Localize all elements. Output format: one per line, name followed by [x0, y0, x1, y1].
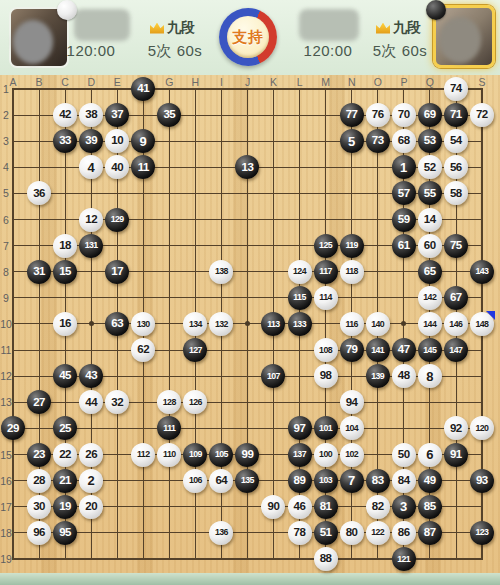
board-point[interactable]: 75: [443, 233, 469, 259]
board-point[interactable]: 7: [339, 468, 365, 494]
board-point[interactable]: 129: [104, 206, 130, 232]
board-point[interactable]: [52, 337, 78, 363]
board-point[interactable]: [208, 337, 234, 363]
board-point[interactable]: [260, 468, 286, 494]
board-point[interactable]: [417, 415, 443, 441]
board-point[interactable]: [208, 363, 234, 389]
board-point[interactable]: [234, 233, 260, 259]
board-point[interactable]: 16: [52, 311, 78, 337]
board-point[interactable]: [234, 259, 260, 285]
board-point[interactable]: [365, 180, 391, 206]
board-point[interactable]: [260, 546, 286, 572]
board-point[interactable]: [208, 128, 234, 154]
board-point[interactable]: 60: [417, 233, 443, 259]
board-point[interactable]: [391, 76, 417, 102]
board-point[interactable]: [78, 259, 104, 285]
board-point[interactable]: [208, 389, 234, 415]
board-point[interactable]: [469, 154, 495, 180]
board-point[interactable]: [0, 259, 26, 285]
board-point[interactable]: 48: [391, 363, 417, 389]
board-point[interactable]: [104, 76, 130, 102]
board-point[interactable]: 30: [26, 494, 52, 520]
board-point[interactable]: [469, 546, 495, 572]
board-point[interactable]: 12: [78, 206, 104, 232]
board-point[interactable]: 143: [469, 259, 495, 285]
board-point[interactable]: [0, 494, 26, 520]
board-point[interactable]: 40: [104, 154, 130, 180]
board-point[interactable]: [130, 180, 156, 206]
board-point[interactable]: 112: [130, 441, 156, 467]
board-point[interactable]: [208, 415, 234, 441]
board-point[interactable]: 38: [78, 102, 104, 128]
board-point[interactable]: [26, 337, 52, 363]
board-point[interactable]: 128: [156, 389, 182, 415]
board-point[interactable]: 63: [104, 311, 130, 337]
board-point[interactable]: [104, 180, 130, 206]
board-point[interactable]: 145: [417, 337, 443, 363]
board-point[interactable]: [365, 259, 391, 285]
board-point[interactable]: 107: [260, 363, 286, 389]
board-point[interactable]: [182, 259, 208, 285]
board-point[interactable]: [260, 389, 286, 415]
board-point[interactable]: [234, 415, 260, 441]
board-point[interactable]: [0, 389, 26, 415]
board-point[interactable]: [208, 494, 234, 520]
board-point[interactable]: [156, 363, 182, 389]
board-point[interactable]: [0, 441, 26, 467]
board-point[interactable]: [182, 233, 208, 259]
board-point[interactable]: 94: [339, 389, 365, 415]
board-point[interactable]: [469, 206, 495, 232]
board-point[interactable]: 56: [443, 154, 469, 180]
board-point[interactable]: [156, 468, 182, 494]
board-point[interactable]: [234, 494, 260, 520]
board-point[interactable]: [156, 128, 182, 154]
board-point[interactable]: [313, 389, 339, 415]
board-point[interactable]: 90: [260, 494, 286, 520]
board-point[interactable]: [0, 206, 26, 232]
board-point[interactable]: [365, 76, 391, 102]
board-point[interactable]: 121: [391, 546, 417, 572]
board-point[interactable]: [391, 311, 417, 337]
board-point[interactable]: 99: [234, 441, 260, 467]
board-point[interactable]: 51: [313, 520, 339, 546]
board-point[interactable]: [469, 285, 495, 311]
board-point[interactable]: [0, 468, 26, 494]
board-point[interactable]: 147: [443, 337, 469, 363]
board-point[interactable]: 45: [52, 363, 78, 389]
board-point[interactable]: [260, 154, 286, 180]
board-point[interactable]: [339, 363, 365, 389]
board-point[interactable]: [391, 285, 417, 311]
board-point[interactable]: 148: [469, 311, 495, 337]
board-point[interactable]: [260, 76, 286, 102]
board-point[interactable]: 22: [52, 441, 78, 467]
board-point[interactable]: 55: [417, 180, 443, 206]
board-point[interactable]: 72: [469, 102, 495, 128]
board-point[interactable]: 27: [26, 389, 52, 415]
board-point[interactable]: [234, 311, 260, 337]
board-point[interactable]: [26, 76, 52, 102]
board-point[interactable]: 137: [287, 441, 313, 467]
board-point[interactable]: [52, 546, 78, 572]
board-point[interactable]: 87: [417, 520, 443, 546]
board-point[interactable]: 111: [156, 415, 182, 441]
board-point[interactable]: [208, 180, 234, 206]
board-point[interactable]: [365, 441, 391, 467]
board-point[interactable]: [443, 468, 469, 494]
board-point[interactable]: [469, 337, 495, 363]
board-point[interactable]: [78, 337, 104, 363]
board-point[interactable]: 77: [339, 102, 365, 128]
board-point[interactable]: [469, 128, 495, 154]
board-point[interactable]: 42: [52, 102, 78, 128]
board-point[interactable]: 70: [391, 102, 417, 128]
board-point[interactable]: [443, 363, 469, 389]
board-point[interactable]: [0, 102, 26, 128]
board-point[interactable]: 32: [104, 389, 130, 415]
board-point[interactable]: 103: [313, 468, 339, 494]
board-point[interactable]: [130, 494, 156, 520]
board-point[interactable]: 69: [417, 102, 443, 128]
board-point[interactable]: [78, 520, 104, 546]
board-point[interactable]: [0, 180, 26, 206]
board-point[interactable]: 33: [52, 128, 78, 154]
board-point[interactable]: 31: [26, 259, 52, 285]
board-point[interactable]: 138: [208, 259, 234, 285]
board-point[interactable]: 76: [365, 102, 391, 128]
board-point[interactable]: 130: [130, 311, 156, 337]
board-point[interactable]: [104, 520, 130, 546]
board-point[interactable]: 82: [365, 494, 391, 520]
board-point[interactable]: [287, 546, 313, 572]
board-point[interactable]: [443, 520, 469, 546]
board-point[interactable]: 37: [104, 102, 130, 128]
board-point[interactable]: [234, 102, 260, 128]
board-point[interactable]: [287, 180, 313, 206]
board-point[interactable]: 59: [391, 206, 417, 232]
board-point[interactable]: [208, 546, 234, 572]
board-point[interactable]: 3: [391, 494, 417, 520]
board-point[interactable]: [130, 468, 156, 494]
board-point[interactable]: 140: [365, 311, 391, 337]
board-point[interactable]: [287, 337, 313, 363]
board-point[interactable]: 14: [417, 206, 443, 232]
board-point[interactable]: [104, 441, 130, 467]
board-point[interactable]: 64: [208, 468, 234, 494]
board-point[interactable]: [182, 494, 208, 520]
board-point[interactable]: [443, 389, 469, 415]
board-point[interactable]: 132: [208, 311, 234, 337]
board-point[interactable]: [156, 311, 182, 337]
board-point[interactable]: 9: [130, 128, 156, 154]
board-point[interactable]: 5: [339, 128, 365, 154]
board-point[interactable]: [26, 285, 52, 311]
board-point[interactable]: [260, 285, 286, 311]
board-point[interactable]: [469, 180, 495, 206]
board-point[interactable]: [234, 206, 260, 232]
board-point[interactable]: 105: [208, 441, 234, 467]
board-point[interactable]: [313, 154, 339, 180]
board-point[interactable]: [469, 233, 495, 259]
board-point[interactable]: 57: [391, 180, 417, 206]
board-point[interactable]: [208, 285, 234, 311]
board-point[interactable]: 101: [313, 415, 339, 441]
board-point[interactable]: 85: [417, 494, 443, 520]
board-point[interactable]: [287, 128, 313, 154]
board-point[interactable]: 28: [26, 468, 52, 494]
board-point[interactable]: 95: [52, 520, 78, 546]
board-point[interactable]: 126: [182, 389, 208, 415]
board-point[interactable]: [78, 311, 104, 337]
board-point[interactable]: [469, 389, 495, 415]
board-point[interactable]: [130, 233, 156, 259]
board-point[interactable]: [287, 233, 313, 259]
board-point[interactable]: 13: [234, 154, 260, 180]
board-point[interactable]: [469, 76, 495, 102]
board-point[interactable]: 115: [287, 285, 313, 311]
board-point[interactable]: [391, 389, 417, 415]
board-point[interactable]: [260, 206, 286, 232]
board-point[interactable]: 10: [104, 128, 130, 154]
board-point[interactable]: [287, 102, 313, 128]
board-point[interactable]: [78, 415, 104, 441]
board-point[interactable]: [365, 285, 391, 311]
board-point[interactable]: [182, 285, 208, 311]
board-point[interactable]: [182, 206, 208, 232]
board-point[interactable]: [104, 415, 130, 441]
board-point[interactable]: [182, 76, 208, 102]
board-point[interactable]: [339, 180, 365, 206]
board-point[interactable]: [234, 520, 260, 546]
board-point[interactable]: 119: [339, 233, 365, 259]
board-point[interactable]: [260, 102, 286, 128]
board-point[interactable]: [208, 233, 234, 259]
board-point[interactable]: [26, 546, 52, 572]
board-point[interactable]: [0, 337, 26, 363]
board-point[interactable]: [443, 259, 469, 285]
board-point[interactable]: [260, 337, 286, 363]
board-point[interactable]: 17: [104, 259, 130, 285]
board-point[interactable]: 89: [287, 468, 313, 494]
board-point[interactable]: 142: [417, 285, 443, 311]
board-point[interactable]: [104, 233, 130, 259]
board-point[interactable]: [260, 259, 286, 285]
board-point[interactable]: [287, 154, 313, 180]
board-point[interactable]: 113: [260, 311, 286, 337]
board-point[interactable]: [234, 180, 260, 206]
board-point[interactable]: [26, 206, 52, 232]
board-point[interactable]: 86: [391, 520, 417, 546]
board-point[interactable]: 53: [417, 128, 443, 154]
board-point[interactable]: 18: [52, 233, 78, 259]
board-point[interactable]: 98: [313, 363, 339, 389]
board-point[interactable]: 61: [391, 233, 417, 259]
board-point[interactable]: [130, 520, 156, 546]
board-point[interactable]: 8: [417, 363, 443, 389]
board-point[interactable]: [443, 206, 469, 232]
board-point[interactable]: [391, 415, 417, 441]
board-point[interactable]: [130, 415, 156, 441]
board-point[interactable]: [443, 494, 469, 520]
board-point[interactable]: 146: [443, 311, 469, 337]
board-point[interactable]: 81: [313, 494, 339, 520]
board-point[interactable]: [287, 206, 313, 232]
board-point[interactable]: [156, 494, 182, 520]
board-point[interactable]: [130, 206, 156, 232]
board-point[interactable]: [365, 206, 391, 232]
board-point[interactable]: [260, 441, 286, 467]
board-point[interactable]: [130, 102, 156, 128]
board-point[interactable]: 136: [208, 520, 234, 546]
board-point[interactable]: [182, 546, 208, 572]
board-point[interactable]: 139: [365, 363, 391, 389]
board-point[interactable]: [26, 363, 52, 389]
board-point[interactable]: [130, 259, 156, 285]
board-point[interactable]: 25: [52, 415, 78, 441]
board-point[interactable]: [0, 233, 26, 259]
board-point[interactable]: [182, 128, 208, 154]
board-point[interactable]: 58: [443, 180, 469, 206]
board-point[interactable]: [339, 206, 365, 232]
board-point[interactable]: 73: [365, 128, 391, 154]
board-point[interactable]: 100: [313, 441, 339, 467]
board-point[interactable]: 36: [26, 180, 52, 206]
board-point[interactable]: [104, 285, 130, 311]
board-point[interactable]: [234, 363, 260, 389]
board-point[interactable]: 2: [78, 468, 104, 494]
board-point[interactable]: [208, 154, 234, 180]
board-point[interactable]: [156, 285, 182, 311]
board-point[interactable]: [130, 546, 156, 572]
board-point[interactable]: [156, 154, 182, 180]
board-point[interactable]: 122: [365, 520, 391, 546]
board-point[interactable]: 118: [339, 259, 365, 285]
board-point[interactable]: [156, 337, 182, 363]
board-point[interactable]: [182, 154, 208, 180]
board-point[interactable]: 116: [339, 311, 365, 337]
board-point[interactable]: [339, 154, 365, 180]
board-point[interactable]: [234, 337, 260, 363]
board-point[interactable]: 29: [0, 415, 26, 441]
board-point[interactable]: [234, 546, 260, 572]
board-point[interactable]: [52, 180, 78, 206]
board-point[interactable]: [0, 285, 26, 311]
support-button[interactable]: 支持: [219, 8, 277, 66]
board-point[interactable]: [78, 285, 104, 311]
board-point[interactable]: 20: [78, 494, 104, 520]
board-point[interactable]: [52, 154, 78, 180]
board-point[interactable]: 127: [182, 337, 208, 363]
board-point[interactable]: 26: [78, 441, 104, 467]
board-point[interactable]: 78: [287, 520, 313, 546]
board-point[interactable]: [260, 128, 286, 154]
board-point[interactable]: 131: [78, 233, 104, 259]
board-point[interactable]: 39: [78, 128, 104, 154]
board-point[interactable]: 65: [417, 259, 443, 285]
board-point[interactable]: [26, 102, 52, 128]
board-point[interactable]: [417, 76, 443, 102]
board-point[interactable]: [287, 76, 313, 102]
board-point[interactable]: [26, 233, 52, 259]
board-point[interactable]: [313, 76, 339, 102]
board-point[interactable]: 108: [313, 337, 339, 363]
board-point[interactable]: 120: [469, 415, 495, 441]
board-point[interactable]: [287, 363, 313, 389]
board-point[interactable]: 144: [417, 311, 443, 337]
board-point[interactable]: [52, 206, 78, 232]
board-point[interactable]: 123: [469, 520, 495, 546]
board-point[interactable]: 114: [313, 285, 339, 311]
board-point[interactable]: 47: [391, 337, 417, 363]
board-point[interactable]: [0, 128, 26, 154]
board-point[interactable]: 97: [287, 415, 313, 441]
board-point[interactable]: [234, 128, 260, 154]
board-point[interactable]: [0, 76, 26, 102]
board-point[interactable]: [78, 546, 104, 572]
board-point[interactable]: [260, 415, 286, 441]
board-point[interactable]: [365, 546, 391, 572]
board-point[interactable]: 96: [26, 520, 52, 546]
board-point[interactable]: 91: [443, 441, 469, 467]
board-point[interactable]: 35: [156, 102, 182, 128]
board-point[interactable]: [365, 415, 391, 441]
board-point[interactable]: [417, 546, 443, 572]
board-point[interactable]: [156, 546, 182, 572]
board-point[interactable]: 141: [365, 337, 391, 363]
board-point[interactable]: [260, 520, 286, 546]
board-point[interactable]: 23: [26, 441, 52, 467]
board-point[interactable]: [0, 154, 26, 180]
board-point[interactable]: [365, 154, 391, 180]
board-point[interactable]: [104, 468, 130, 494]
board-point[interactable]: 133: [287, 311, 313, 337]
board-point[interactable]: 11: [130, 154, 156, 180]
board-point[interactable]: [104, 494, 130, 520]
board-point[interactable]: 4: [78, 154, 104, 180]
board-point[interactable]: [313, 311, 339, 337]
board-point[interactable]: [26, 128, 52, 154]
board-point[interactable]: [26, 415, 52, 441]
board-point[interactable]: [130, 389, 156, 415]
board-point[interactable]: [130, 363, 156, 389]
board-point[interactable]: 102: [339, 441, 365, 467]
board-point[interactable]: 49: [417, 468, 443, 494]
board-point[interactable]: [182, 363, 208, 389]
board-point[interactable]: [26, 154, 52, 180]
board-point[interactable]: 109: [182, 441, 208, 467]
board-point[interactable]: [313, 128, 339, 154]
board-point[interactable]: 74: [443, 76, 469, 102]
board-point[interactable]: [104, 363, 130, 389]
board-point[interactable]: [0, 311, 26, 337]
board-point[interactable]: [391, 259, 417, 285]
board-point[interactable]: [130, 285, 156, 311]
board-point[interactable]: [156, 76, 182, 102]
board-point[interactable]: [339, 76, 365, 102]
board-point[interactable]: [469, 494, 495, 520]
board-point[interactable]: [260, 233, 286, 259]
board-point[interactable]: [0, 363, 26, 389]
board-point[interactable]: [156, 520, 182, 546]
board-point[interactable]: 83: [365, 468, 391, 494]
board-point[interactable]: [78, 180, 104, 206]
board-point[interactable]: [313, 102, 339, 128]
board-point[interactable]: 67: [443, 285, 469, 311]
board-point[interactable]: [260, 180, 286, 206]
board-point[interactable]: [365, 389, 391, 415]
board-point[interactable]: [156, 180, 182, 206]
